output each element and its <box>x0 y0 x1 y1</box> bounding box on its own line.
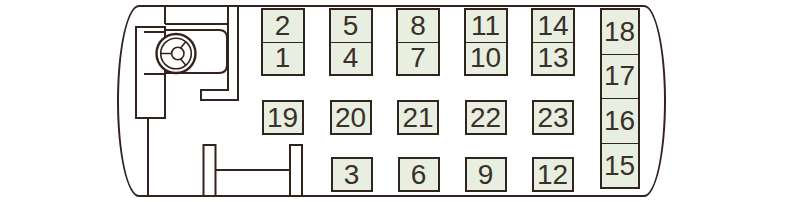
fuse-cell-22: 22 <box>465 100 507 135</box>
fuse-pair-2-1: 2 1 <box>261 8 305 76</box>
fuse-pair-11-10: 11 10 <box>464 8 508 76</box>
fuse-right-column: 18 17 16 15 <box>600 8 640 189</box>
fuse-cell-23: 23 <box>532 100 574 135</box>
fuse-box-diagram: 2 1 5 4 8 7 11 10 14 13 19 20 21 22 23 3… <box>0 0 800 202</box>
fuse-cell-2: 2 <box>263 10 303 42</box>
fuse-cell-16: 16 <box>602 98 638 143</box>
fuse-cell-20: 20 <box>330 100 372 135</box>
fuse-cell-9: 9 <box>465 157 507 192</box>
fuse-pair-5-4: 5 4 <box>329 8 373 76</box>
fuse-cell-17: 17 <box>602 54 638 99</box>
fuse-cell-18: 18 <box>602 10 638 54</box>
fuse-cell-7: 7 <box>398 42 438 75</box>
fuse-cell-15: 15 <box>602 143 638 188</box>
fuse-cell-12: 12 <box>532 157 574 192</box>
fuse-cell-3: 3 <box>331 157 373 192</box>
fuse-pair-8-7: 8 7 <box>396 8 440 76</box>
fuse-cell-10: 10 <box>466 42 506 75</box>
vehicle-outline <box>117 5 666 197</box>
fuse-cell-1: 1 <box>263 42 303 75</box>
fuse-cell-13: 13 <box>533 42 573 75</box>
fuse-cell-11: 11 <box>466 10 506 42</box>
fuse-cell-6: 6 <box>398 157 440 192</box>
fuse-cell-5: 5 <box>331 10 371 42</box>
fuse-cell-4: 4 <box>331 42 371 75</box>
fuse-pair-14-13: 14 13 <box>531 8 575 76</box>
fuse-cell-21: 21 <box>397 100 439 135</box>
fuse-cell-19: 19 <box>262 100 304 135</box>
fuse-cell-8: 8 <box>398 10 438 42</box>
fuse-cell-14: 14 <box>533 10 573 42</box>
